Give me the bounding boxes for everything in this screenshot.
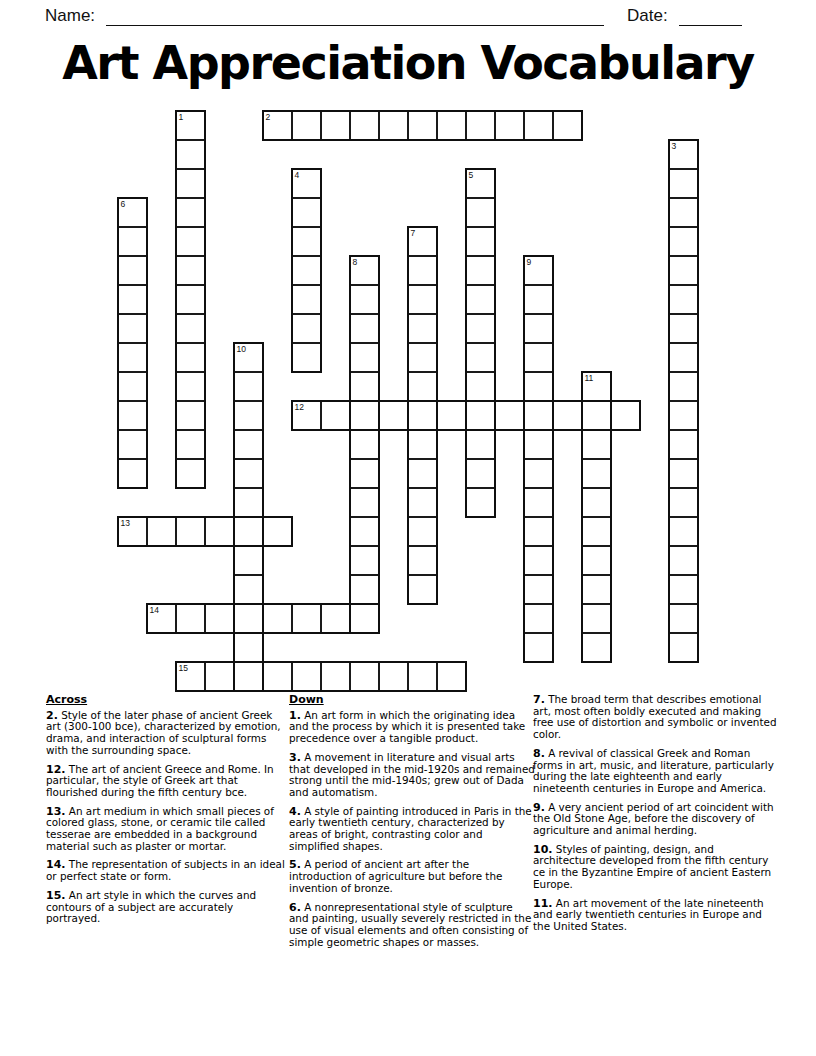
name-blank-line[interactable]	[106, 24, 604, 26]
cell-r8-c8[interactable]	[350, 343, 379, 372]
cell-r4-c2[interactable]	[176, 227, 205, 256]
down-clues-column-2: 7. The broad term that describes emotion…	[533, 694, 779, 940]
clue-number: 15.	[46, 889, 66, 902]
cell-r14-c0[interactable]	[118, 517, 147, 546]
cell-r14-c3[interactable]	[205, 517, 234, 546]
cell-r10-c13[interactable]	[495, 401, 524, 430]
cell-r11-c12[interactable]	[466, 430, 495, 459]
clue-down-5: 5. A period of ancient art after the int…	[289, 859, 535, 894]
cell-r17-c14[interactable]	[524, 604, 553, 633]
cell-r14-c1[interactable]	[147, 517, 176, 546]
cell-r8-c6[interactable]	[292, 343, 321, 372]
cell-r3-c0[interactable]	[118, 198, 147, 227]
cell-r5-c19[interactable]	[669, 256, 698, 285]
clue-down-6: 6. A nonrepresentational style of sculpt…	[289, 902, 535, 949]
cell-r14-c4[interactable]	[234, 517, 263, 546]
cell-r10-c4[interactable]	[234, 401, 263, 430]
cell-r9-c19[interactable]	[669, 372, 698, 401]
down-header: Down	[289, 694, 535, 706]
cell-r7-c12[interactable]	[466, 314, 495, 343]
cell-r19-c3[interactable]	[205, 662, 234, 691]
cell-r7-c14[interactable]	[524, 314, 553, 343]
cell-r4-c0[interactable]	[118, 227, 147, 256]
across-header: Across	[46, 694, 286, 706]
cell-r14-c19[interactable]	[669, 517, 698, 546]
cell-r7-c19[interactable]	[669, 314, 698, 343]
cell-r13-c14[interactable]	[524, 488, 553, 517]
cell-r11-c10[interactable]	[408, 430, 437, 459]
cell-r6-c10[interactable]	[408, 285, 437, 314]
across-clues-column: Across 2. Style of the later phase of an…	[46, 694, 286, 932]
cell-r14-c10[interactable]	[408, 517, 437, 546]
clue-across-13: 13. An art medium in which small pieces …	[46, 806, 286, 853]
cell-r17-c4[interactable]	[234, 604, 263, 633]
cell-r9-c14[interactable]	[524, 372, 553, 401]
cell-r0-c8[interactable]	[350, 111, 379, 140]
cell-r9-c16[interactable]	[582, 372, 611, 401]
cell-r17-c16[interactable]	[582, 604, 611, 633]
cell-r9-c8[interactable]	[350, 372, 379, 401]
cell-r19-c2[interactable]	[176, 662, 205, 691]
cell-r15-c19[interactable]	[669, 546, 698, 575]
cell-r16-c10[interactable]	[408, 575, 437, 604]
clue-down-1: 1. An art form in which the originating …	[289, 710, 535, 745]
down-clues-column-1: Down 1. An art form in which the origina…	[289, 694, 535, 955]
clue-number: 12.	[46, 763, 66, 776]
cell-r19-c9[interactable]	[379, 662, 408, 691]
cell-r8-c0[interactable]	[118, 343, 147, 372]
cell-r3-c6[interactable]	[292, 198, 321, 227]
clue-down-9: 9. A very ancient period of art coincide…	[533, 802, 779, 837]
cell-r8-c12[interactable]	[466, 343, 495, 372]
cell-r15-c4[interactable]	[234, 546, 263, 575]
cell-r0-c14[interactable]	[524, 111, 553, 140]
cell-r19-c10[interactable]	[408, 662, 437, 691]
clue-number: 1.	[289, 709, 301, 722]
cell-r10-c6[interactable]	[292, 401, 321, 430]
cell-r12-c19[interactable]	[669, 459, 698, 488]
cell-r0-c6[interactable]	[292, 111, 321, 140]
cell-r10-c11[interactable]	[437, 401, 466, 430]
cell-r11-c0[interactable]	[118, 430, 147, 459]
clue-number: 3.	[289, 751, 301, 764]
cell-r5-c0[interactable]	[118, 256, 147, 285]
cell-r12-c4[interactable]	[234, 459, 263, 488]
cell-r0-c11[interactable]	[437, 111, 466, 140]
cell-r13-c19[interactable]	[669, 488, 698, 517]
cell-r4-c10[interactable]	[408, 227, 437, 256]
cell-r12-c16[interactable]	[582, 459, 611, 488]
cell-r5-c2[interactable]	[176, 256, 205, 285]
cell-r7-c2[interactable]	[176, 314, 205, 343]
cell-r13-c10[interactable]	[408, 488, 437, 517]
cell-r19-c7[interactable]	[321, 662, 350, 691]
cell-r15-c16[interactable]	[582, 546, 611, 575]
cell-r8-c10[interactable]	[408, 343, 437, 372]
clue-across-2: 2. Style of the later phase of ancient G…	[46, 710, 286, 757]
cell-r10-c7[interactable]	[321, 401, 350, 430]
cell-r0-c10[interactable]	[408, 111, 437, 140]
cell-r14-c14[interactable]	[524, 517, 553, 546]
cell-r0-c9[interactable]	[379, 111, 408, 140]
cell-r7-c10[interactable]	[408, 314, 437, 343]
cell-r9-c10[interactable]	[408, 372, 437, 401]
name-label: Name:	[45, 6, 95, 26]
cell-r6-c19[interactable]	[669, 285, 698, 314]
cell-r10-c15[interactable]	[553, 401, 582, 430]
cell-r13-c8[interactable]	[350, 488, 379, 517]
cell-r16-c4[interactable]	[234, 575, 263, 604]
cell-r5-c12[interactable]	[466, 256, 495, 285]
cell-r9-c2[interactable]	[176, 372, 205, 401]
cell-r2-c2[interactable]	[176, 169, 205, 198]
cell-r7-c0[interactable]	[118, 314, 147, 343]
cell-r16-c14[interactable]	[524, 575, 553, 604]
cell-r11-c19[interactable]	[669, 430, 698, 459]
cell-r2-c19[interactable]	[669, 169, 698, 198]
cell-r12-c12[interactable]	[466, 459, 495, 488]
cell-r17-c6[interactable]	[292, 604, 321, 633]
cell-r12-c0[interactable]	[118, 459, 147, 488]
cell-r8-c19[interactable]	[669, 343, 698, 372]
cell-r15-c14[interactable]	[524, 546, 553, 575]
cell-r17-c3[interactable]	[205, 604, 234, 633]
cell-r2-c6[interactable]	[292, 169, 321, 198]
crossword-grid: 123456789101112131415	[118, 111, 700, 693]
clue-down-3: 3. A movement in literature and visual a…	[289, 752, 535, 799]
cell-r12-c10[interactable]	[408, 459, 437, 488]
cell-r8-c2[interactable]	[176, 343, 205, 372]
clue-number: 14.	[46, 858, 66, 871]
clue-down-4: 4. A style of painting introduced in Par…	[289, 806, 535, 853]
cell-r9-c0[interactable]	[118, 372, 147, 401]
cell-r11-c16[interactable]	[582, 430, 611, 459]
cell-r3-c19[interactable]	[669, 198, 698, 227]
cell-r18-c14[interactable]	[524, 633, 553, 662]
cell-r16-c8[interactable]	[350, 575, 379, 604]
clue-number: 9.	[533, 801, 545, 814]
cell-r8-c14[interactable]	[524, 343, 553, 372]
clue-down-7: 7. The broad term that describes emotion…	[533, 694, 779, 741]
cell-r0-c5[interactable]	[263, 111, 292, 140]
cell-r9-c4[interactable]	[234, 372, 263, 401]
cell-r5-c8[interactable]	[350, 256, 379, 285]
cell-r6-c12[interactable]	[466, 285, 495, 314]
cell-r16-c16[interactable]	[582, 575, 611, 604]
cell-r0-c7[interactable]	[321, 111, 350, 140]
cell-r19-c8[interactable]	[350, 662, 379, 691]
clue-number: 8.	[533, 747, 545, 760]
cell-r10-c12[interactable]	[466, 401, 495, 430]
cell-r17-c2[interactable]	[176, 604, 205, 633]
cell-r0-c12[interactable]	[466, 111, 495, 140]
cell-r13-c4[interactable]	[234, 488, 263, 517]
cell-r15-c10[interactable]	[408, 546, 437, 575]
cell-r19-c5[interactable]	[263, 662, 292, 691]
cell-r6-c6[interactable]	[292, 285, 321, 314]
cell-r11-c4[interactable]	[234, 430, 263, 459]
cell-r10-c10[interactable]	[408, 401, 437, 430]
cell-r12-c2[interactable]	[176, 459, 205, 488]
cell-r3-c12[interactable]	[466, 198, 495, 227]
clue-across-14: 14. The representation of subjects in an…	[46, 859, 286, 882]
cell-r10-c17[interactable]	[611, 401, 640, 430]
clue-number: 2.	[46, 709, 58, 722]
clue-across-12: 12. The art of ancient Greece and Rome. …	[46, 764, 286, 799]
clue-number: 11.	[533, 897, 553, 910]
cell-r14-c8[interactable]	[350, 517, 379, 546]
cell-r5-c14[interactable]	[524, 256, 553, 285]
cell-r5-c6[interactable]	[292, 256, 321, 285]
cell-r14-c2[interactable]	[176, 517, 205, 546]
date-label: Date:	[627, 6, 668, 26]
clue-across-15: 15. An art style in which the curves and…	[46, 890, 286, 925]
cell-r12-c8[interactable]	[350, 459, 379, 488]
cell-r10-c2[interactable]	[176, 401, 205, 430]
clue-number: 6.	[289, 901, 301, 914]
cell-r18-c4[interactable]	[234, 633, 263, 662]
cell-r0-c2[interactable]	[176, 111, 205, 140]
cell-r10-c9[interactable]	[379, 401, 408, 430]
clue-down-10: 10. Styles of painting, design, and arch…	[533, 844, 779, 891]
date-blank-line[interactable]	[679, 24, 742, 26]
cell-r17-c7[interactable]	[321, 604, 350, 633]
cell-r10-c0[interactable]	[118, 401, 147, 430]
cell-r17-c5[interactable]	[263, 604, 292, 633]
cell-r9-c12[interactable]	[466, 372, 495, 401]
cell-r18-c19[interactable]	[669, 633, 698, 662]
cell-r1-c2[interactable]	[176, 140, 205, 169]
clue-number: 5.	[289, 858, 301, 871]
cell-r11-c2[interactable]	[176, 430, 205, 459]
clue-number: 10.	[533, 843, 553, 856]
cell-r3-c2[interactable]	[176, 198, 205, 227]
cell-r1-c19[interactable]	[669, 140, 698, 169]
cell-r13-c16[interactable]	[582, 488, 611, 517]
cell-r13-c12[interactable]	[466, 488, 495, 517]
cell-r4-c12[interactable]	[466, 227, 495, 256]
cell-r0-c15[interactable]	[553, 111, 582, 140]
cell-r7-c6[interactable]	[292, 314, 321, 343]
cell-r11-c8[interactable]	[350, 430, 379, 459]
cell-r6-c14[interactable]	[524, 285, 553, 314]
cell-r16-c19[interactable]	[669, 575, 698, 604]
cell-r17-c19[interactable]	[669, 604, 698, 633]
worksheet-page: { "game": "crossword", "title": "Art App…	[0, 0, 816, 1056]
cell-r6-c2[interactable]	[176, 285, 205, 314]
cell-r8-c4[interactable]	[234, 343, 263, 372]
cell-r10-c19[interactable]	[669, 401, 698, 430]
clue-number: 13.	[46, 805, 66, 818]
clue-number: 4.	[289, 805, 301, 818]
cell-r19-c11[interactable]	[437, 662, 466, 691]
cell-r0-c13[interactable]	[495, 111, 524, 140]
clue-number: 7.	[533, 693, 545, 706]
cell-r10-c14[interactable]	[524, 401, 553, 430]
cell-r14-c16[interactable]	[582, 517, 611, 546]
cell-r19-c6[interactable]	[292, 662, 321, 691]
cell-r2-c12[interactable]	[466, 169, 495, 198]
cell-r18-c16[interactable]	[582, 633, 611, 662]
cell-r6-c0[interactable]	[118, 285, 147, 314]
cell-r17-c1[interactable]	[147, 604, 176, 633]
cell-r6-c8[interactable]	[350, 285, 379, 314]
cell-r10-c16[interactable]	[582, 401, 611, 430]
cell-r4-c19[interactable]	[669, 227, 698, 256]
cell-r15-c8[interactable]	[350, 546, 379, 575]
cell-r7-c8[interactable]	[350, 314, 379, 343]
clue-down-11: 11. An art movement of the late nineteen…	[533, 898, 779, 933]
clue-down-8: 8. A revival of classical Greek and Roma…	[533, 748, 779, 795]
cell-r10-c8[interactable]	[350, 401, 379, 430]
cell-r12-c14[interactable]	[524, 459, 553, 488]
page-title: Art Appreciation Vocabulary	[0, 36, 816, 90]
cell-r19-c4[interactable]	[234, 662, 263, 691]
cell-r5-c10[interactable]	[408, 256, 437, 285]
cell-r14-c5[interactable]	[263, 517, 292, 546]
cell-r17-c8[interactable]	[350, 604, 379, 633]
cell-r4-c6[interactable]	[292, 227, 321, 256]
cell-r11-c14[interactable]	[524, 430, 553, 459]
